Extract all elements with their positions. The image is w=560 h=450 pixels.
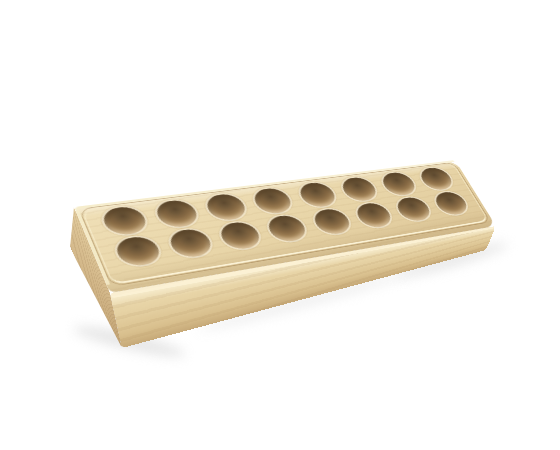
pit-bottom-3[interactable] (214, 219, 267, 253)
pit-bottom-2[interactable] (163, 226, 218, 261)
pit-bottom-1[interactable] (109, 233, 167, 270)
product-photo-scene (0, 0, 560, 450)
